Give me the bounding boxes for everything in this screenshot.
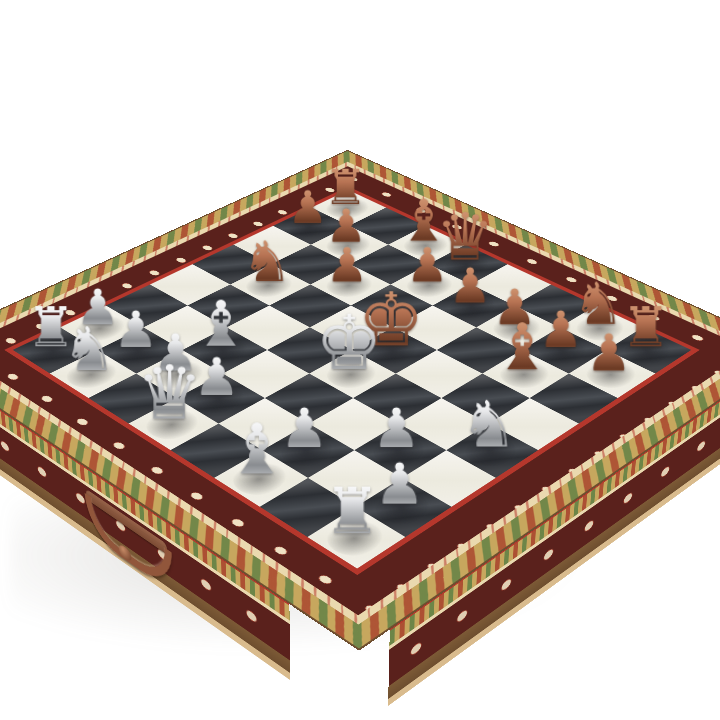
black-pawn-glyph: ♟ xyxy=(449,262,492,310)
black-knight-glyph: ♞ xyxy=(242,234,292,290)
black-pawn-glyph: ♟ xyxy=(586,327,632,378)
black-pawn-glyph: ♟ xyxy=(288,185,328,230)
white-pawn-glyph: ♟ xyxy=(372,401,421,455)
white-bishop-glyph: ♝ xyxy=(226,415,289,485)
white-rook-glyph: ♜ xyxy=(324,480,381,544)
black-bishop-glyph: ♝ xyxy=(494,315,552,379)
white-knight-glyph: ♞ xyxy=(460,392,517,456)
white-king-glyph: ♚ xyxy=(315,304,383,380)
white-knight-glyph: ♞ xyxy=(62,319,116,379)
white-queen-glyph: ♛ xyxy=(136,356,203,430)
white-pawn-glyph: ♟ xyxy=(375,456,426,513)
chess-set-photo: ♜♝♛♞♜♟♟♟♟♟♟♟♟♝♞♚♚♞♝♟♟♟♟♟♟♟♜♞♛♝♜ xyxy=(0,0,720,720)
piece-white-king-e4[interactable]: ♚ xyxy=(309,350,396,398)
